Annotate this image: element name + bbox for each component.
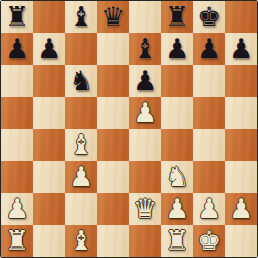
- black-rook[interactable]: ♜: [165, 1, 189, 33]
- square-h7[interactable]: ♟: [225, 33, 257, 65]
- square-d4[interactable]: [97, 129, 129, 161]
- white-pawn[interactable]: ♟: [197, 193, 221, 225]
- square-h5[interactable]: [225, 97, 257, 129]
- square-b1[interactable]: [33, 225, 65, 257]
- square-d1[interactable]: [97, 225, 129, 257]
- black-bishop[interactable]: ♝: [69, 1, 93, 33]
- black-knight[interactable]: ♞: [69, 65, 93, 97]
- square-c6[interactable]: ♞: [65, 65, 97, 97]
- square-h1[interactable]: [225, 225, 257, 257]
- square-g3[interactable]: [193, 161, 225, 193]
- black-pawn[interactable]: ♟: [165, 33, 189, 65]
- square-h8[interactable]: [225, 1, 257, 33]
- square-g2[interactable]: ♟: [193, 193, 225, 225]
- square-e8[interactable]: [129, 1, 161, 33]
- white-bishop[interactable]: ♝: [69, 225, 93, 257]
- square-g1[interactable]: ♚: [193, 225, 225, 257]
- square-e4[interactable]: [129, 129, 161, 161]
- square-a7[interactable]: ♟: [1, 33, 33, 65]
- square-f8[interactable]: ♜: [161, 1, 193, 33]
- square-a8[interactable]: ♜: [1, 1, 33, 33]
- square-a6[interactable]: [1, 65, 33, 97]
- black-bishop[interactable]: ♝: [133, 33, 157, 65]
- square-c5[interactable]: [65, 97, 97, 129]
- chess-board: ♜♝♛♜♚♟♟♝♟♟♟♞♟♟♝♟♞♟♛♟♟♟♜♝♜♚: [1, 1, 257, 257]
- square-f2[interactable]: ♟: [161, 193, 193, 225]
- black-queen[interactable]: ♛: [101, 1, 125, 33]
- square-d2[interactable]: [97, 193, 129, 225]
- square-g7[interactable]: ♟: [193, 33, 225, 65]
- square-h2[interactable]: ♟: [225, 193, 257, 225]
- black-rook[interactable]: ♜: [5, 1, 29, 33]
- white-pawn[interactable]: ♟: [133, 97, 157, 129]
- square-f4[interactable]: [161, 129, 193, 161]
- square-e6[interactable]: ♟: [129, 65, 161, 97]
- black-pawn[interactable]: ♟: [5, 33, 29, 65]
- square-f7[interactable]: ♟: [161, 33, 193, 65]
- square-f6[interactable]: [161, 65, 193, 97]
- black-pawn[interactable]: ♟: [197, 33, 221, 65]
- chess-board-frame: ♜♝♛♜♚♟♟♝♟♟♟♞♟♟♝♟♞♟♛♟♟♟♜♝♜♚: [0, 0, 258, 258]
- square-c4[interactable]: ♝: [65, 129, 97, 161]
- square-d8[interactable]: ♛: [97, 1, 129, 33]
- square-f5[interactable]: [161, 97, 193, 129]
- square-d6[interactable]: [97, 65, 129, 97]
- square-g5[interactable]: [193, 97, 225, 129]
- square-c8[interactable]: ♝: [65, 1, 97, 33]
- square-e3[interactable]: [129, 161, 161, 193]
- white-queen[interactable]: ♛: [133, 193, 157, 225]
- white-pawn[interactable]: ♟: [69, 161, 93, 193]
- square-b2[interactable]: [33, 193, 65, 225]
- white-bishop[interactable]: ♝: [69, 129, 93, 161]
- white-knight[interactable]: ♞: [165, 161, 189, 193]
- square-b4[interactable]: [33, 129, 65, 161]
- square-d5[interactable]: [97, 97, 129, 129]
- square-g4[interactable]: [193, 129, 225, 161]
- square-c1[interactable]: ♝: [65, 225, 97, 257]
- square-a3[interactable]: [1, 161, 33, 193]
- square-b3[interactable]: [33, 161, 65, 193]
- white-rook[interactable]: ♜: [5, 225, 29, 257]
- square-h6[interactable]: [225, 65, 257, 97]
- black-pawn[interactable]: ♟: [229, 33, 253, 65]
- square-b8[interactable]: [33, 1, 65, 33]
- square-c7[interactable]: [65, 33, 97, 65]
- square-c3[interactable]: ♟: [65, 161, 97, 193]
- square-a1[interactable]: ♜: [1, 225, 33, 257]
- square-c2[interactable]: [65, 193, 97, 225]
- square-g6[interactable]: [193, 65, 225, 97]
- square-b7[interactable]: ♟: [33, 33, 65, 65]
- square-d7[interactable]: [97, 33, 129, 65]
- white-king[interactable]: ♚: [197, 225, 221, 257]
- square-b6[interactable]: [33, 65, 65, 97]
- black-king[interactable]: ♚: [197, 1, 221, 33]
- square-b5[interactable]: [33, 97, 65, 129]
- square-d3[interactable]: [97, 161, 129, 193]
- square-a2[interactable]: ♟: [1, 193, 33, 225]
- square-h4[interactable]: [225, 129, 257, 161]
- white-rook[interactable]: ♜: [165, 225, 189, 257]
- square-g8[interactable]: ♚: [193, 1, 225, 33]
- white-pawn[interactable]: ♟: [229, 193, 253, 225]
- square-a5[interactable]: [1, 97, 33, 129]
- white-pawn[interactable]: ♟: [5, 193, 29, 225]
- square-f1[interactable]: ♜: [161, 225, 193, 257]
- square-h3[interactable]: [225, 161, 257, 193]
- square-f3[interactable]: ♞: [161, 161, 193, 193]
- square-e7[interactable]: ♝: [129, 33, 161, 65]
- square-e2[interactable]: ♛: [129, 193, 161, 225]
- square-a4[interactable]: [1, 129, 33, 161]
- white-pawn[interactable]: ♟: [165, 193, 189, 225]
- square-e1[interactable]: [129, 225, 161, 257]
- black-pawn[interactable]: ♟: [133, 65, 157, 97]
- black-pawn[interactable]: ♟: [37, 33, 61, 65]
- square-e5[interactable]: ♟: [129, 97, 161, 129]
